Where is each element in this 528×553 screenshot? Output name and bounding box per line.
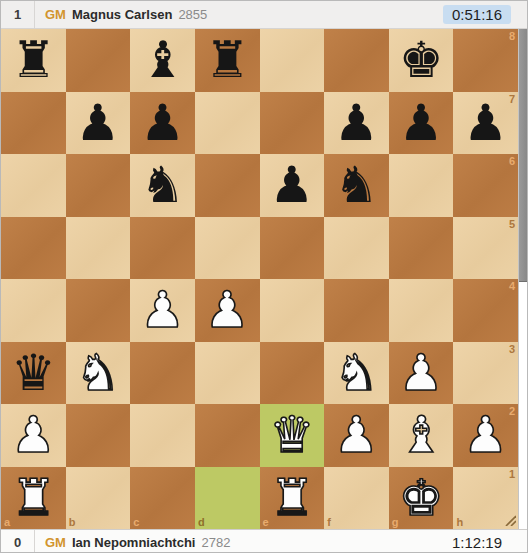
square-b7[interactable]: ♟	[66, 92, 131, 155]
square-f7[interactable]: ♟	[324, 92, 389, 155]
square-c1[interactable]: c	[130, 467, 195, 530]
square-e6[interactable]: ♟	[260, 154, 325, 217]
piece-black-rook[interactable]: ♜	[205, 29, 250, 91]
square-d5[interactable]	[195, 217, 260, 280]
square-c2[interactable]	[130, 404, 195, 467]
file-label-h: h	[456, 516, 463, 528]
rank-label-2: 2	[509, 405, 515, 417]
piece-black-pawn[interactable]: ♟	[334, 92, 379, 154]
square-g8[interactable]: ♚	[389, 29, 454, 92]
piece-white-pawn[interactable]: ♟	[140, 279, 185, 341]
square-c6[interactable]: ♞	[130, 154, 195, 217]
player-bar-top: 1 GM Magnus Carlsen 2855 0:51:16	[1, 1, 527, 29]
scrollbar-thumb[interactable]	[519, 29, 528, 282]
piece-black-knight[interactable]: ♞	[140, 154, 185, 216]
piece-black-pawn[interactable]: ♟	[76, 92, 121, 154]
square-a1[interactable]: a♜	[1, 467, 66, 530]
square-a7[interactable]	[1, 92, 66, 155]
piece-white-bishop[interactable]: ♝	[399, 404, 444, 466]
piece-white-pawn[interactable]: ♟	[205, 279, 250, 341]
square-g6[interactable]	[389, 154, 454, 217]
piece-white-pawn[interactable]: ♟	[334, 404, 379, 466]
square-g2[interactable]: ♝	[389, 404, 454, 467]
piece-black-bishop[interactable]: ♝	[140, 29, 185, 91]
player-rating-top: 2855	[178, 7, 207, 22]
rank-label-4: 4	[509, 280, 515, 292]
square-d1[interactable]: d	[195, 467, 260, 530]
square-e8[interactable]	[260, 29, 325, 92]
square-c7[interactable]: ♟	[130, 92, 195, 155]
piece-black-pawn[interactable]: ♟	[140, 92, 185, 154]
square-g3[interactable]: ♟	[389, 342, 454, 405]
square-h5[interactable]: 5	[453, 217, 518, 280]
clock-bottom: 1:12:19	[443, 533, 511, 552]
square-e3[interactable]	[260, 342, 325, 405]
piece-white-pawn[interactable]: ♟	[463, 404, 508, 466]
rank-label-7: 7	[509, 93, 515, 105]
board-area: ♜♝♜♚8♟♟♟♟7♟♞♟♞65♟♟4♛♞♞♟3♟♛♟♝2♟a♜bcde♜fg♚…	[1, 29, 528, 529]
square-e1[interactable]: e♜	[260, 467, 325, 530]
file-label-e: e	[263, 516, 269, 528]
square-g5[interactable]	[389, 217, 454, 280]
square-b5[interactable]	[66, 217, 131, 280]
title-badge-top: GM	[45, 7, 66, 22]
square-a5[interactable]	[1, 217, 66, 280]
player-name-bottom: Ian Nepomniachtchi	[72, 535, 196, 550]
square-a2[interactable]: ♟	[1, 404, 66, 467]
square-f3[interactable]: ♞	[324, 342, 389, 405]
file-label-d: d	[198, 516, 205, 528]
player-info-bottom: GM Ian Nepomniachtchi 2782	[45, 535, 230, 550]
square-d6[interactable]	[195, 154, 260, 217]
player-rating-bottom: 2782	[201, 535, 230, 550]
square-h8[interactable]: 8	[453, 29, 518, 92]
square-a3[interactable]: ♛	[1, 342, 66, 405]
square-f8[interactable]	[324, 29, 389, 92]
square-e7[interactable]	[260, 92, 325, 155]
square-b2[interactable]	[66, 404, 131, 467]
square-c4[interactable]: ♟	[130, 279, 195, 342]
clock-top: 0:51:16	[443, 5, 511, 24]
file-label-b: b	[69, 516, 76, 528]
title-badge-bottom: GM	[45, 535, 66, 550]
player-bar-bottom: 0 GM Ian Nepomniachtchi 2782 1:12:19	[1, 529, 527, 553]
square-e5[interactable]	[260, 217, 325, 280]
square-g4[interactable]	[389, 279, 454, 342]
rank-label-8: 8	[509, 30, 515, 42]
piece-white-rook[interactable]: ♜	[269, 467, 314, 529]
file-label-g: g	[392, 516, 399, 528]
square-h7[interactable]: 7♟	[453, 92, 518, 155]
piece-black-knight[interactable]: ♞	[334, 154, 379, 216]
square-a8[interactable]: ♜	[1, 29, 66, 92]
square-b3[interactable]: ♞	[66, 342, 131, 405]
square-e4[interactable]	[260, 279, 325, 342]
square-h6[interactable]: 6	[453, 154, 518, 217]
square-f4[interactable]	[324, 279, 389, 342]
rank-label-3: 3	[509, 343, 515, 355]
file-label-a: a	[4, 516, 10, 528]
chess-board[interactable]: ♜♝♜♚8♟♟♟♟7♟♞♟♞65♟♟4♛♞♞♟3♟♛♟♝2♟a♜bcde♜fg♚…	[1, 29, 518, 529]
square-g7[interactable]: ♟	[389, 92, 454, 155]
piece-black-queen[interactable]: ♛	[11, 342, 56, 404]
square-h2[interactable]: 2♟	[453, 404, 518, 467]
piece-black-pawn[interactable]: ♟	[463, 92, 508, 154]
square-a4[interactable]	[1, 279, 66, 342]
piece-white-knight[interactable]: ♞	[334, 342, 379, 404]
file-label-c: c	[133, 516, 139, 528]
square-c3[interactable]	[130, 342, 195, 405]
piece-white-pawn[interactable]: ♟	[399, 342, 444, 404]
square-f2[interactable]: ♟	[324, 404, 389, 467]
square-a6[interactable]	[1, 154, 66, 217]
player-info-top: GM Magnus Carlsen 2855	[45, 7, 207, 22]
square-b8[interactable]	[66, 29, 131, 92]
square-c8[interactable]: ♝	[130, 29, 195, 92]
rank-label-6: 6	[509, 155, 515, 167]
square-d7[interactable]	[195, 92, 260, 155]
piece-white-knight[interactable]: ♞	[76, 342, 121, 404]
piece-white-pawn[interactable]: ♟	[11, 404, 56, 466]
square-f1[interactable]: f	[324, 467, 389, 530]
square-b1[interactable]: b	[66, 467, 131, 530]
square-d2[interactable]	[195, 404, 260, 467]
piece-white-king[interactable]: ♚	[399, 467, 444, 529]
piece-white-rook[interactable]: ♜	[11, 467, 56, 529]
rank-label-1: 1	[509, 468, 515, 480]
piece-white-queen[interactable]: ♛	[269, 404, 314, 466]
square-c5[interactable]	[130, 217, 195, 280]
square-h3[interactable]: 3	[453, 342, 518, 405]
file-label-f: f	[327, 516, 331, 528]
square-d4[interactable]: ♟	[195, 279, 260, 342]
square-d3[interactable]	[195, 342, 260, 405]
scrollbar[interactable]	[518, 29, 528, 529]
rank-label-5: 5	[509, 218, 515, 230]
square-g1[interactable]: g♚	[389, 467, 454, 530]
piece-black-pawn[interactable]: ♟	[269, 154, 314, 216]
square-d8[interactable]: ♜	[195, 29, 260, 92]
score-top: 1	[1, 1, 35, 28]
square-b6[interactable]	[66, 154, 131, 217]
piece-black-rook[interactable]: ♜	[11, 29, 56, 91]
player-name-top: Magnus Carlsen	[72, 7, 172, 22]
square-e2[interactable]: ♛	[260, 404, 325, 467]
square-h4[interactable]: 4	[453, 279, 518, 342]
square-b4[interactable]	[66, 279, 131, 342]
square-f6[interactable]: ♞	[324, 154, 389, 217]
piece-black-king[interactable]: ♚	[399, 29, 444, 91]
score-bottom: 0	[1, 530, 35, 553]
resize-handle-icon[interactable]	[503, 513, 516, 526]
piece-black-pawn[interactable]: ♟	[399, 92, 444, 154]
chess-app-window: 1 GM Magnus Carlsen 2855 0:51:16 ♜♝♜♚8♟♟…	[0, 0, 528, 553]
square-f5[interactable]	[324, 217, 389, 280]
